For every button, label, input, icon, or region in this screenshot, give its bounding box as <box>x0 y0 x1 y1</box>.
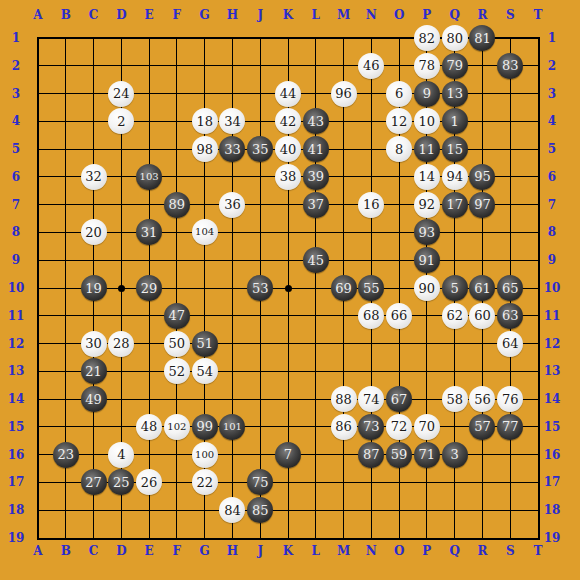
stone-move-number: 41 <box>307 143 324 156</box>
row-label-right: 15 <box>544 421 561 433</box>
row-label-left: 16 <box>8 449 25 461</box>
stone-move-number: 61 <box>474 282 491 295</box>
white-stone: 46 <box>358 53 384 79</box>
black-stone: 11 <box>414 136 440 162</box>
stone-move-number: 73 <box>363 420 380 433</box>
black-stone: 1 <box>442 108 468 134</box>
column-label-top: B <box>61 9 71 21</box>
black-stone: 99 <box>192 414 218 440</box>
white-stone: 50 <box>164 331 190 357</box>
stone-move-number: 47 <box>169 309 186 322</box>
stone-move-number: 57 <box>474 420 491 433</box>
column-label-bottom: N <box>366 545 377 557</box>
stone-move-number: 19 <box>85 282 102 295</box>
white-stone: 40 <box>275 136 301 162</box>
white-stone: 20 <box>81 219 107 245</box>
row-label-left: 8 <box>12 226 20 238</box>
stone-move-number: 91 <box>419 254 436 267</box>
stone-move-number: 63 <box>502 309 519 322</box>
black-stone: 45 <box>303 247 329 273</box>
white-stone: 94 <box>442 164 468 190</box>
row-label-right: 9 <box>548 254 556 266</box>
white-stone: 54 <box>192 358 218 384</box>
row-label-right: 14 <box>544 393 561 405</box>
stone-move-number: 81 <box>474 32 491 45</box>
white-stone: 24 <box>108 81 134 107</box>
row-label-right: 8 <box>548 226 556 238</box>
stone-move-number: 102 <box>167 422 186 432</box>
stone-move-number: 101 <box>223 422 242 432</box>
stone-move-number: 42 <box>280 115 297 128</box>
black-stone: 7 <box>275 442 301 468</box>
row-label-right: 10 <box>544 282 561 294</box>
stone-move-number: 34 <box>224 115 241 128</box>
white-stone: 70 <box>414 414 440 440</box>
stone-move-number: 53 <box>252 282 269 295</box>
black-stone: 15 <box>442 136 468 162</box>
white-stone: 68 <box>358 303 384 329</box>
white-stone: 18 <box>192 108 218 134</box>
stone-move-number: 45 <box>307 254 324 267</box>
column-label-bottom: J <box>257 545 263 557</box>
stone-move-number: 79 <box>446 59 463 72</box>
white-stone: 22 <box>192 469 218 495</box>
stone-move-number: 20 <box>85 226 102 239</box>
stone-move-number: 93 <box>419 226 436 239</box>
row-label-left: 14 <box>8 393 25 405</box>
white-stone: 32 <box>81 164 107 190</box>
column-label-bottom: G <box>200 545 210 557</box>
row-label-left: 9 <box>12 254 20 266</box>
stone-move-number: 33 <box>224 143 241 156</box>
stone-move-number: 2 <box>117 115 125 128</box>
row-label-right: 11 <box>544 310 561 322</box>
stone-move-number: 77 <box>502 420 519 433</box>
white-stone: 96 <box>331 81 357 107</box>
black-stone: 91 <box>414 247 440 273</box>
stone-move-number: 39 <box>307 170 324 183</box>
black-stone: 23 <box>53 442 79 468</box>
column-label-top: T <box>534 9 543 21</box>
row-label-right: 4 <box>548 115 556 127</box>
row-label-right: 7 <box>548 199 556 211</box>
black-stone: 27 <box>81 469 107 495</box>
stone-move-number: 25 <box>113 476 130 489</box>
stone-move-number: 46 <box>363 59 380 72</box>
stone-move-number: 58 <box>446 393 463 406</box>
white-stone: 86 <box>331 414 357 440</box>
stone-move-number: 29 <box>141 282 158 295</box>
stone-move-number: 89 <box>169 198 186 211</box>
black-stone: 87 <box>358 442 384 468</box>
column-label-top: A <box>33 9 42 21</box>
row-label-right: 17 <box>544 476 561 488</box>
stone-move-number: 67 <box>391 393 408 406</box>
white-stone: 38 <box>275 164 301 190</box>
stone-move-number: 17 <box>446 198 463 211</box>
column-label-top: D <box>116 9 126 21</box>
stone-move-number: 69 <box>335 282 352 295</box>
row-label-left: 17 <box>8 476 25 488</box>
column-label-bottom: F <box>173 545 182 557</box>
stone-move-number: 70 <box>419 420 436 433</box>
stone-move-number: 76 <box>502 393 519 406</box>
white-stone: 102 <box>164 414 190 440</box>
column-label-top: P <box>422 9 431 21</box>
column-label-top: L <box>312 9 320 21</box>
stone-move-number: 4 <box>117 448 125 461</box>
black-stone: 37 <box>303 192 329 218</box>
white-stone: 6 <box>386 81 412 107</box>
row-label-right: 18 <box>544 504 561 516</box>
row-label-right: 16 <box>544 449 561 461</box>
black-stone: 39 <box>303 164 329 190</box>
row-label-left: 2 <box>12 60 20 72</box>
black-stone: 41 <box>303 136 329 162</box>
go-board[interactable]: AABBCCDDEEFFGGHHJJKKLLMMNNOOPPQQRRSSTT11… <box>0 0 580 580</box>
stone-move-number: 75 <box>252 476 269 489</box>
row-label-left: 11 <box>8 310 25 322</box>
black-stone: 79 <box>442 53 468 79</box>
white-stone: 64 <box>497 331 523 357</box>
black-stone: 63 <box>497 303 523 329</box>
stone-move-number: 12 <box>391 115 408 128</box>
stone-move-number: 74 <box>363 393 380 406</box>
stone-move-number: 43 <box>307 115 324 128</box>
row-label-right: 3 <box>548 88 556 100</box>
column-label-bottom: S <box>506 545 515 557</box>
white-stone: 28 <box>108 331 134 357</box>
column-label-top: K <box>283 9 293 21</box>
stone-move-number: 49 <box>85 393 102 406</box>
black-stone: 29 <box>136 275 162 301</box>
star-point <box>285 285 292 292</box>
white-stone: 78 <box>414 53 440 79</box>
row-label-right: 5 <box>548 143 556 155</box>
stone-move-number: 15 <box>446 143 463 156</box>
stone-move-number: 18 <box>196 115 213 128</box>
column-label-top: R <box>477 9 487 21</box>
column-label-bottom: M <box>337 545 350 557</box>
stone-move-number: 97 <box>474 198 491 211</box>
stone-move-number: 103 <box>140 172 159 182</box>
stone-move-number: 27 <box>85 476 102 489</box>
stone-move-number: 7 <box>284 448 292 461</box>
stone-move-number: 51 <box>196 337 213 350</box>
row-label-left: 5 <box>12 143 20 155</box>
column-label-bottom: R <box>477 545 487 557</box>
stone-move-number: 94 <box>446 170 463 183</box>
black-stone: 3 <box>442 442 468 468</box>
stone-move-number: 88 <box>335 393 352 406</box>
stone-move-number: 80 <box>446 32 463 45</box>
stone-move-number: 65 <box>502 282 519 295</box>
black-stone: 103 <box>136 164 162 190</box>
stone-move-number: 92 <box>419 198 436 211</box>
white-stone: 48 <box>136 414 162 440</box>
column-label-top: O <box>394 9 404 21</box>
column-label-top: H <box>227 9 238 21</box>
stone-move-number: 31 <box>141 226 158 239</box>
stone-move-number: 59 <box>391 448 408 461</box>
stone-move-number: 13 <box>446 87 463 100</box>
stone-move-number: 24 <box>113 87 130 100</box>
black-stone: 71 <box>414 442 440 468</box>
black-stone: 21 <box>81 358 107 384</box>
white-stone: 58 <box>442 386 468 412</box>
black-stone: 5 <box>442 275 468 301</box>
row-label-left: 10 <box>8 282 25 294</box>
stone-move-number: 26 <box>141 476 158 489</box>
stone-move-number: 71 <box>419 448 436 461</box>
stone-move-number: 56 <box>474 393 491 406</box>
stone-move-number: 62 <box>446 309 463 322</box>
column-label-bottom: L <box>312 545 320 557</box>
stone-move-number: 36 <box>224 198 241 211</box>
stone-move-number: 72 <box>391 420 408 433</box>
row-label-left: 1 <box>12 32 20 44</box>
column-label-top: E <box>145 9 154 21</box>
stone-move-number: 6 <box>395 87 403 100</box>
row-label-left: 15 <box>8 421 25 433</box>
black-stone: 43 <box>303 108 329 134</box>
stone-move-number: 86 <box>335 420 352 433</box>
white-stone: 44 <box>275 81 301 107</box>
stone-move-number: 98 <box>196 143 213 156</box>
stone-move-number: 21 <box>85 365 102 378</box>
black-stone: 13 <box>442 81 468 107</box>
stone-move-number: 22 <box>196 476 213 489</box>
stone-move-number: 1 <box>451 115 459 128</box>
stone-move-number: 84 <box>224 504 241 517</box>
column-label-bottom: H <box>227 545 238 557</box>
column-label-bottom: T <box>534 545 543 557</box>
black-stone: 83 <box>497 53 523 79</box>
black-stone: 69 <box>331 275 357 301</box>
column-label-top: S <box>506 9 515 21</box>
stone-move-number: 54 <box>196 365 213 378</box>
stone-move-number: 96 <box>335 87 352 100</box>
stone-move-number: 9 <box>423 87 431 100</box>
stone-move-number: 5 <box>451 282 459 295</box>
white-stone: 104 <box>192 219 218 245</box>
stone-move-number: 55 <box>363 282 380 295</box>
white-stone: 90 <box>414 275 440 301</box>
row-label-right: 1 <box>548 32 556 44</box>
column-label-bottom: D <box>116 545 126 557</box>
white-stone: 98 <box>192 136 218 162</box>
column-label-bottom: B <box>61 545 71 557</box>
black-stone: 49 <box>81 386 107 412</box>
white-stone: 72 <box>386 414 412 440</box>
stone-move-number: 82 <box>419 32 436 45</box>
column-label-top: G <box>200 9 210 21</box>
white-stone: 30 <box>81 331 107 357</box>
star-point <box>118 285 125 292</box>
column-label-bottom: Q <box>449 545 459 557</box>
white-stone: 82 <box>414 25 440 51</box>
row-label-left: 3 <box>12 88 20 100</box>
white-stone: 80 <box>442 25 468 51</box>
column-label-top: M <box>337 9 350 21</box>
stone-move-number: 87 <box>363 448 380 461</box>
column-label-bottom: C <box>89 545 99 557</box>
stone-move-number: 83 <box>502 59 519 72</box>
stone-move-number: 37 <box>307 198 324 211</box>
stone-move-number: 44 <box>280 87 297 100</box>
column-label-top: N <box>366 9 377 21</box>
stone-move-number: 95 <box>474 170 491 183</box>
row-label-left: 6 <box>12 171 20 183</box>
stone-move-number: 78 <box>419 59 436 72</box>
stone-move-number: 104 <box>195 227 214 237</box>
stone-move-number: 66 <box>391 309 408 322</box>
stone-move-number: 64 <box>502 337 519 350</box>
row-label-left: 19 <box>8 532 25 544</box>
stone-move-number: 10 <box>419 115 436 128</box>
black-stone: 17 <box>442 192 468 218</box>
white-stone: 100 <box>192 442 218 468</box>
stone-move-number: 11 <box>419 143 436 156</box>
white-stone: 36 <box>219 192 245 218</box>
stone-move-number: 8 <box>395 143 403 156</box>
column-label-bottom: O <box>394 545 404 557</box>
row-label-left: 7 <box>12 199 20 211</box>
white-stone: 92 <box>414 192 440 218</box>
column-label-bottom: A <box>33 545 42 557</box>
stone-move-number: 28 <box>113 337 130 350</box>
black-stone: 51 <box>192 331 218 357</box>
stone-move-number: 85 <box>252 504 269 517</box>
row-label-left: 13 <box>8 365 25 377</box>
white-stone: 16 <box>358 192 384 218</box>
black-stone: 97 <box>469 192 495 218</box>
white-stone: 88 <box>331 386 357 412</box>
white-stone: 62 <box>442 303 468 329</box>
row-label-right: 19 <box>544 532 561 544</box>
white-stone: 66 <box>386 303 412 329</box>
row-label-right: 12 <box>544 338 561 350</box>
stone-move-number: 38 <box>280 170 297 183</box>
column-label-bottom: E <box>145 545 154 557</box>
black-stone: 9 <box>414 81 440 107</box>
row-label-left: 12 <box>8 338 25 350</box>
row-label-right: 6 <box>548 171 556 183</box>
black-stone: 77 <box>497 414 523 440</box>
stone-move-number: 90 <box>419 282 436 295</box>
black-stone: 89 <box>164 192 190 218</box>
black-stone: 19 <box>81 275 107 301</box>
column-label-top: J <box>257 9 263 21</box>
white-stone: 14 <box>414 164 440 190</box>
column-label-top: Q <box>449 9 459 21</box>
column-label-top: C <box>89 9 99 21</box>
stone-move-number: 99 <box>196 420 213 433</box>
column-label-top: F <box>173 9 182 21</box>
black-stone: 47 <box>164 303 190 329</box>
black-stone: 59 <box>386 442 412 468</box>
row-label-left: 4 <box>12 115 20 127</box>
stone-move-number: 35 <box>252 143 269 156</box>
column-label-bottom: K <box>283 545 293 557</box>
stone-move-number: 48 <box>141 420 158 433</box>
stone-move-number: 30 <box>85 337 102 350</box>
stone-move-number: 23 <box>57 448 74 461</box>
stone-move-number: 100 <box>195 450 214 460</box>
column-label-bottom: P <box>422 545 431 557</box>
white-stone: 4 <box>108 442 134 468</box>
stone-move-number: 68 <box>363 309 380 322</box>
stone-move-number: 52 <box>169 365 186 378</box>
stone-move-number: 60 <box>474 309 491 322</box>
stone-move-number: 14 <box>419 170 436 183</box>
stone-move-number: 3 <box>451 448 459 461</box>
row-label-right: 13 <box>544 365 561 377</box>
stone-move-number: 50 <box>169 337 186 350</box>
row-label-right: 2 <box>548 60 556 72</box>
row-label-left: 18 <box>8 504 25 516</box>
stone-move-number: 32 <box>85 170 102 183</box>
stone-move-number: 16 <box>363 198 380 211</box>
stone-move-number: 40 <box>280 143 297 156</box>
